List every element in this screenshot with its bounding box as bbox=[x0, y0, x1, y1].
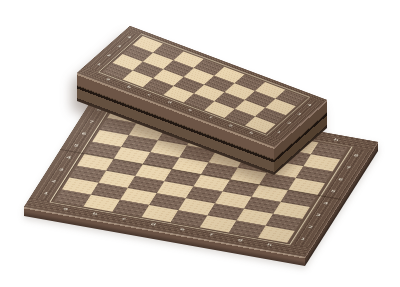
folded-chessboard: abcdefgh43214321 bbox=[0, 0, 400, 287]
chessboard-product-photo: abcdefghabcdefgh8765432187654321 abcdefg… bbox=[0, 0, 400, 287]
